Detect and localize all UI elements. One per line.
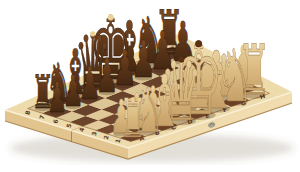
piece-black-p-a7: ♟: [47, 73, 68, 123]
black-q-finial: [90, 31, 95, 36]
chess-board: ABCDEFGH12345678♜♟♞♟♝♟♚♟♛♟♟♝♜♟♟♞♞♟♟♜♝♟♟♚…: [0, 0, 300, 172]
chess-set-photo: ABCDEFGH12345678♜♟♞♟♝♟♚♟♛♟♟♝♜♟♟♞♞♟♟♜♝♟♟♚…: [0, 0, 300, 172]
piece-white-r-a1: ♜: [119, 87, 146, 149]
